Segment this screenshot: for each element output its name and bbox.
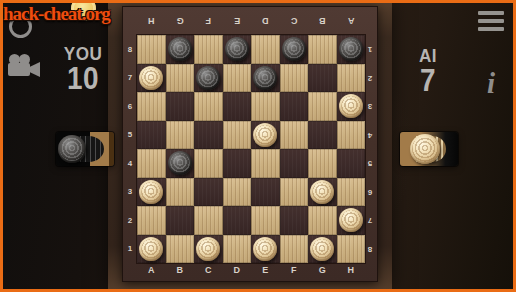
file-label: F: [280, 262, 309, 281]
square-e5[interactable]: [251, 121, 280, 150]
square-g5[interactable]: [308, 121, 337, 150]
file-label: G: [308, 262, 337, 281]
square-a6: [137, 92, 166, 121]
square-h7: [337, 64, 366, 93]
square-b6[interactable]: [166, 92, 195, 121]
file-label: C: [194, 262, 223, 281]
captured-checker-dark: [58, 135, 86, 163]
checker-dark-b4[interactable]: [168, 151, 192, 175]
file-label: A: [337, 10, 366, 32]
checker-dark-d8[interactable]: [225, 37, 249, 61]
file-label: H: [337, 262, 366, 281]
checker-light-a7[interactable]: [139, 66, 163, 90]
square-h6[interactable]: [337, 92, 366, 121]
rank-label: 5: [363, 149, 377, 178]
rank-label: 4: [363, 121, 377, 150]
rank-labels-left: 87654321: [123, 35, 137, 263]
checker-light-h6[interactable]: [339, 94, 363, 118]
rank-label: 4: [123, 149, 137, 178]
square-c8: [194, 35, 223, 64]
square-b4[interactable]: [166, 149, 195, 178]
checker-light-a1[interactable]: [139, 237, 163, 261]
square-g6: [308, 92, 337, 121]
rank-label: 2: [123, 206, 137, 235]
square-b7: [166, 64, 195, 93]
square-f8[interactable]: [280, 35, 309, 64]
file-label: B: [166, 262, 195, 281]
rank-label: 5: [123, 121, 137, 150]
square-b3: [166, 178, 195, 207]
square-a4: [137, 149, 166, 178]
rank-label: 8: [123, 35, 137, 64]
square-d6[interactable]: [223, 92, 252, 121]
square-b1: [166, 235, 195, 264]
square-e4: [251, 149, 280, 178]
square-e2: [251, 206, 280, 235]
file-label: F: [194, 10, 223, 32]
file-label: E: [223, 10, 252, 32]
rank-label: 8: [363, 235, 377, 264]
square-d5: [223, 121, 252, 150]
file-labels-bottom: ABCDEFGH: [137, 262, 365, 281]
app-window: HGFEDCBA ABCDEFGH 87654321 12345678 YOU …: [0, 0, 516, 292]
square-e7[interactable]: [251, 64, 280, 93]
checker-light-a3[interactable]: [139, 180, 163, 204]
square-e1[interactable]: [251, 235, 280, 264]
square-d7: [223, 64, 252, 93]
square-b2[interactable]: [166, 206, 195, 235]
square-f3: [280, 178, 309, 207]
file-label: C: [280, 10, 309, 32]
square-f4[interactable]: [280, 149, 309, 178]
checkers-board: HGFEDCBA ABCDEFGH 87654321 12345678: [122, 6, 378, 282]
square-b8[interactable]: [166, 35, 195, 64]
rank-label: 7: [363, 206, 377, 235]
square-g1[interactable]: [308, 235, 337, 264]
square-h2[interactable]: [337, 206, 366, 235]
player-ai-panel: AI 7: [388, 46, 468, 97]
captured-tray-dark: [56, 132, 114, 166]
square-d1: [223, 235, 252, 264]
player-you-score: 10: [45, 63, 121, 95]
checker-light-g3[interactable]: [310, 180, 334, 204]
square-h5: [337, 121, 366, 150]
board-grid: [137, 35, 365, 263]
square-a1[interactable]: [137, 235, 166, 264]
camera-lens: [30, 62, 40, 77]
info-icon[interactable]: i: [480, 67, 502, 100]
checker-light-c1[interactable]: [196, 237, 220, 261]
square-h1: [337, 235, 366, 264]
file-labels-top: HGFEDCBA: [137, 10, 365, 32]
captured-tray-light: [400, 132, 458, 166]
square-a3[interactable]: [137, 178, 166, 207]
hamburger-menu-icon[interactable]: [478, 11, 504, 35]
square-f5: [280, 121, 309, 150]
checker-dark-e7[interactable]: [253, 66, 277, 90]
checker-light-g1[interactable]: [310, 237, 334, 261]
player-ai-score: 7: [392, 65, 464, 97]
watermark-text: hack-cheat.org: [3, 3, 110, 25]
checker-light-e5[interactable]: [253, 123, 277, 147]
file-label: B: [308, 10, 337, 32]
square-b5: [166, 121, 195, 150]
captured-checker-light: [410, 134, 440, 164]
square-d8[interactable]: [223, 35, 252, 64]
rank-labels-right: 12345678: [363, 35, 377, 263]
square-e6: [251, 92, 280, 121]
square-g2: [308, 206, 337, 235]
square-f1: [280, 235, 309, 264]
square-f6[interactable]: [280, 92, 309, 121]
square-h4[interactable]: [337, 149, 366, 178]
square-e3[interactable]: [251, 178, 280, 207]
rank-label: 6: [123, 92, 137, 121]
checker-light-h2[interactable]: [339, 208, 363, 232]
square-g7[interactable]: [308, 64, 337, 93]
rank-label: 1: [363, 35, 377, 64]
square-g8: [308, 35, 337, 64]
video-camera-icon[interactable]: [8, 54, 42, 81]
rank-label: 1: [123, 235, 137, 264]
player-you-panel: YOU 10: [41, 44, 125, 95]
square-a2: [137, 206, 166, 235]
square-d4[interactable]: [223, 149, 252, 178]
square-e8: [251, 35, 280, 64]
square-d2[interactable]: [223, 206, 252, 235]
square-d3: [223, 178, 252, 207]
file-label: D: [251, 10, 280, 32]
checker-light-e1[interactable]: [253, 237, 277, 261]
camera-body: [8, 63, 30, 76]
square-c6: [194, 92, 223, 121]
square-g3[interactable]: [308, 178, 337, 207]
square-f7: [280, 64, 309, 93]
square-a5[interactable]: [137, 121, 166, 150]
rank-label: 3: [123, 178, 137, 207]
checker-dark-f8[interactable]: [282, 37, 306, 61]
file-label: G: [166, 10, 195, 32]
checker-dark-b8[interactable]: [168, 37, 192, 61]
square-c7[interactable]: [194, 64, 223, 93]
square-a7[interactable]: [137, 64, 166, 93]
checker-dark-c7[interactable]: [196, 66, 220, 90]
square-c1[interactable]: [194, 235, 223, 264]
square-c4: [194, 149, 223, 178]
square-h8[interactable]: [337, 35, 366, 64]
square-c5[interactable]: [194, 121, 223, 150]
checker-dark-h8[interactable]: [339, 37, 363, 61]
rank-label: 6: [363, 178, 377, 207]
rank-label: 3: [363, 92, 377, 121]
square-c3[interactable]: [194, 178, 223, 207]
file-label: A: [137, 262, 166, 281]
square-a8: [137, 35, 166, 64]
file-label: E: [251, 262, 280, 281]
square-f2[interactable]: [280, 206, 309, 235]
file-label: D: [223, 262, 252, 281]
square-h3: [337, 178, 366, 207]
square-c2: [194, 206, 223, 235]
rank-label: 2: [363, 64, 377, 93]
rank-label: 7: [123, 64, 137, 93]
file-label: H: [137, 10, 166, 32]
square-g4: [308, 149, 337, 178]
